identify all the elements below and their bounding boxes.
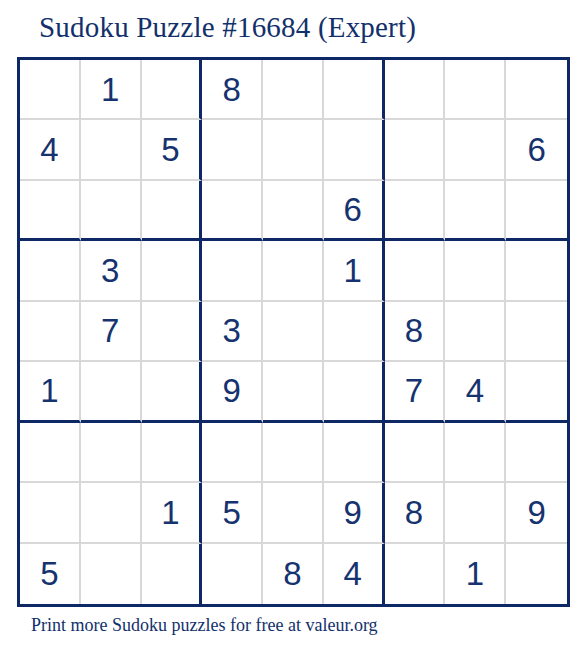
sudoku-cell-r2c3[interactable]: 5 <box>142 120 203 180</box>
sudoku-cell-r7c1[interactable] <box>20 423 81 483</box>
sudoku-cell-r1c1[interactable] <box>20 60 81 120</box>
sudoku-cell-r5c5[interactable] <box>263 302 324 362</box>
page-title: Sudoku Puzzle #16684 (Expert) <box>39 11 416 44</box>
sudoku-cell-r3c3[interactable] <box>142 181 203 241</box>
sudoku-cell-r6c3[interactable] <box>142 362 203 422</box>
sudoku-cell-r9c6[interactable]: 4 <box>324 544 385 604</box>
sudoku-cell-r1c8[interactable] <box>445 60 506 120</box>
sudoku-cell-r4c8[interactable] <box>445 241 506 301</box>
sudoku-cell-r5c2[interactable]: 7 <box>81 302 142 362</box>
sudoku-cell-r9c1[interactable]: 5 <box>20 544 81 604</box>
sudoku-cell-r1c3[interactable] <box>142 60 203 120</box>
sudoku-cell-r2c1[interactable]: 4 <box>20 120 81 180</box>
sudoku-cell-r8c8[interactable] <box>445 483 506 543</box>
sudoku-cell-r6c1[interactable]: 1 <box>20 362 81 422</box>
sudoku-cell-r1c9[interactable] <box>506 60 567 120</box>
sudoku-cell-r7c6[interactable] <box>324 423 385 483</box>
sudoku-cell-r1c7[interactable] <box>385 60 446 120</box>
sudoku-cell-r4c1[interactable] <box>20 241 81 301</box>
sudoku-cell-r4c2[interactable]: 3 <box>81 241 142 301</box>
sudoku-cell-r6c6[interactable] <box>324 362 385 422</box>
sudoku-cell-r3c8[interactable] <box>445 181 506 241</box>
sudoku-cell-r4c5[interactable] <box>263 241 324 301</box>
sudoku-cell-r6c7[interactable]: 7 <box>385 362 446 422</box>
sudoku-cell-r4c7[interactable] <box>385 241 446 301</box>
sudoku-cell-r2c5[interactable] <box>263 120 324 180</box>
sudoku-cell-r7c7[interactable] <box>385 423 446 483</box>
sudoku-cell-r4c6[interactable]: 1 <box>324 241 385 301</box>
sudoku-cell-r2c9[interactable]: 6 <box>506 120 567 180</box>
sudoku-cell-r2c8[interactable] <box>445 120 506 180</box>
sudoku-cell-r5c1[interactable] <box>20 302 81 362</box>
sudoku-cell-r8c4[interactable]: 5 <box>202 483 263 543</box>
sudoku-cell-r1c2[interactable]: 1 <box>81 60 142 120</box>
sudoku-board: 184566317381974159895841 <box>17 57 570 607</box>
sudoku-cell-r3c7[interactable] <box>385 181 446 241</box>
sudoku-cell-r9c3[interactable] <box>142 544 203 604</box>
sudoku-cell-r7c9[interactable] <box>506 423 567 483</box>
sudoku-cell-r9c5[interactable]: 8 <box>263 544 324 604</box>
sudoku-cell-r6c2[interactable] <box>81 362 142 422</box>
sudoku-cell-r8c7[interactable]: 8 <box>385 483 446 543</box>
sudoku-cell-r7c5[interactable] <box>263 423 324 483</box>
sudoku-cell-r4c3[interactable] <box>142 241 203 301</box>
sudoku-cell-r8c6[interactable]: 9 <box>324 483 385 543</box>
sudoku-cell-r4c9[interactable] <box>506 241 567 301</box>
sudoku-cell-r1c4[interactable]: 8 <box>202 60 263 120</box>
sudoku-cell-r6c8[interactable]: 4 <box>445 362 506 422</box>
sudoku-cell-r5c8[interactable] <box>445 302 506 362</box>
sudoku-cell-r5c9[interactable] <box>506 302 567 362</box>
sudoku-cell-r8c5[interactable] <box>263 483 324 543</box>
sudoku-cell-r5c3[interactable] <box>142 302 203 362</box>
sudoku-cell-r6c9[interactable] <box>506 362 567 422</box>
sudoku-cell-r3c9[interactable] <box>506 181 567 241</box>
footer-text: Print more Sudoku puzzles for free at va… <box>31 615 378 636</box>
sudoku-cell-r9c2[interactable] <box>81 544 142 604</box>
sudoku-cell-r4c4[interactable] <box>202 241 263 301</box>
sudoku-cell-r8c3[interactable]: 1 <box>142 483 203 543</box>
sudoku-cell-r6c4[interactable]: 9 <box>202 362 263 422</box>
sudoku-cell-r5c7[interactable]: 8 <box>385 302 446 362</box>
sudoku-cell-r2c6[interactable] <box>324 120 385 180</box>
sudoku-cell-r8c2[interactable] <box>81 483 142 543</box>
sudoku-cell-r1c6[interactable] <box>324 60 385 120</box>
sudoku-cell-r9c7[interactable] <box>385 544 446 604</box>
sudoku-cell-r5c6[interactable] <box>324 302 385 362</box>
sudoku-cell-r7c2[interactable] <box>81 423 142 483</box>
sudoku-cell-r9c9[interactable] <box>506 544 567 604</box>
sudoku-cell-r2c7[interactable] <box>385 120 446 180</box>
sudoku-cell-r7c3[interactable] <box>142 423 203 483</box>
sudoku-cell-r1c5[interactable] <box>263 60 324 120</box>
sudoku-cell-r3c6[interactable]: 6 <box>324 181 385 241</box>
sudoku-cell-r3c4[interactable] <box>202 181 263 241</box>
sudoku-cell-r5c4[interactable]: 3 <box>202 302 263 362</box>
sudoku-cell-r7c8[interactable] <box>445 423 506 483</box>
sudoku-cell-r8c1[interactable] <box>20 483 81 543</box>
sudoku-cell-r2c2[interactable] <box>81 120 142 180</box>
sudoku-cell-r3c5[interactable] <box>263 181 324 241</box>
sudoku-cell-r8c9[interactable]: 9 <box>506 483 567 543</box>
sudoku-cell-r2c4[interactable] <box>202 120 263 180</box>
sudoku-cell-r3c1[interactable] <box>20 181 81 241</box>
sudoku-cell-r3c2[interactable] <box>81 181 142 241</box>
sudoku-cell-r9c4[interactable] <box>202 544 263 604</box>
sudoku-cell-r7c4[interactable] <box>202 423 263 483</box>
sudoku-cell-r6c5[interactable] <box>263 362 324 422</box>
sudoku-page: Sudoku Puzzle #16684 (Expert) 1845663173… <box>0 0 580 651</box>
sudoku-cell-r9c8[interactable]: 1 <box>445 544 506 604</box>
